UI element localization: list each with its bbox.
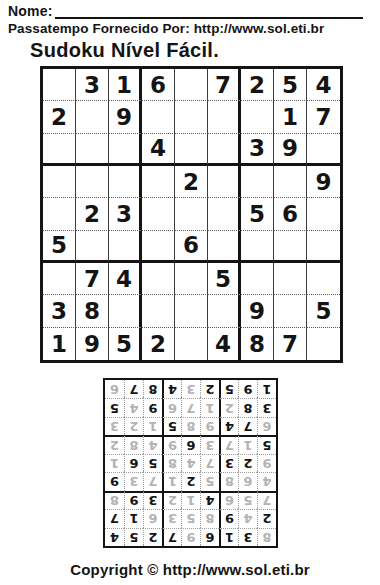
solution-cell-r1c8: 5 <box>124 528 143 546</box>
puzzle-cell-r5c4[interactable] <box>142 198 175 230</box>
puzzle-cell-r7c4[interactable] <box>142 263 175 295</box>
puzzle-cell-r5c1[interactable] <box>43 198 76 230</box>
solution-cell-r7c1: 6 <box>257 417 276 435</box>
puzzle-cell-r8c5[interactable] <box>175 295 208 327</box>
solution-cell-r7c2: 7 <box>238 417 257 435</box>
puzzle-cell-r6c1[interactable]: 5 <box>43 231 76 263</box>
puzzle-cell-r2c9[interactable]: 7 <box>307 101 340 133</box>
puzzle-cell-r1c5[interactable] <box>175 69 208 101</box>
solution-cell-r3c3: 6 <box>219 491 238 509</box>
puzzle-cell-r3c5[interactable] <box>175 134 208 166</box>
puzzle-cell-r1c9[interactable]: 4 <box>307 69 340 101</box>
puzzle-cell-r6c7[interactable] <box>241 231 274 263</box>
puzzle-cell-r8c9[interactable]: 5 <box>307 295 340 327</box>
name-label: Nome: <box>8 3 53 19</box>
solution-cell-r8c3: 2 <box>219 398 238 416</box>
solution-cell-r5c2: 2 <box>238 454 257 472</box>
puzzle-cell-r3c1[interactable] <box>43 134 76 166</box>
puzzle-cell-r3c7[interactable]: 3 <box>241 134 274 166</box>
solution-cell-r8c5: 7 <box>181 398 200 416</box>
puzzle-cell-r9c3[interactable]: 5 <box>109 328 142 360</box>
solution-cell-r8c7: 9 <box>143 398 162 416</box>
puzzle-cell-r3c9[interactable] <box>307 134 340 166</box>
solution-cell-r6c4: 3 <box>200 435 219 453</box>
solution-cell-r7c7: 1 <box>143 417 162 435</box>
solution-cell-r5c1: 9 <box>257 454 276 472</box>
solution-cell-r9c3: 5 <box>219 380 238 398</box>
solution-cell-r5c4: 7 <box>200 454 219 472</box>
puzzle-cell-r3c4[interactable]: 4 <box>142 134 175 166</box>
puzzle-cell-r2c8[interactable]: 1 <box>274 101 307 133</box>
puzzle-cell-r5c9[interactable] <box>307 198 340 230</box>
puzzle-cell-r7c2[interactable]: 7 <box>76 263 109 295</box>
solution-cell-r8c1: 3 <box>257 398 276 416</box>
solution-cell-r7c4: 9 <box>200 417 219 435</box>
puzzle-cell-r1c6[interactable]: 7 <box>208 69 241 101</box>
puzzle-cell-r9c5[interactable] <box>175 328 208 360</box>
solution-cell-r5c5: 4 <box>181 454 200 472</box>
solution-cell-r1c2: 3 <box>238 528 257 546</box>
solution-cell-r2c2: 4 <box>238 509 257 527</box>
solution-cell-r6c3: 7 <box>219 435 238 453</box>
solution-cell-r2c3: 9 <box>219 509 238 527</box>
puzzle-cell-r9c2[interactable]: 9 <box>76 328 109 360</box>
puzzle-cell-r7c6[interactable]: 5 <box>208 263 241 295</box>
copyright-text: Copyright © http://www.sol.eti.br <box>0 561 380 578</box>
puzzle-cell-r3c6[interactable] <box>208 134 241 166</box>
solution-cell-r2c7: 6 <box>143 509 162 527</box>
puzzle-cell-r4c6[interactable] <box>208 166 241 198</box>
puzzle-cell-r4c3[interactable] <box>109 166 142 198</box>
solution-cell-r4c9: 9 <box>105 472 124 490</box>
solution-cell-r6c1: 5 <box>257 435 276 453</box>
solution-cell-r3c9: 8 <box>105 491 124 509</box>
solution-cell-r4c4: 5 <box>200 472 219 490</box>
name-underline <box>55 3 363 19</box>
puzzle-cell-r8c1[interactable]: 3 <box>43 295 76 327</box>
solution-cell-r2c8: 1 <box>124 509 143 527</box>
puzzle-cell-r8c3[interactable] <box>109 295 142 327</box>
puzzle-cell-r2c4[interactable] <box>142 101 175 133</box>
solution-cell-r1c5: 9 <box>181 528 200 546</box>
page-title: Sudoku Nível Fácil. <box>30 39 219 62</box>
solution-cell-r3c6: 2 <box>162 491 181 509</box>
solution-cell-r3c8: 9 <box>124 491 143 509</box>
puzzle-cell-r9c7[interactable]: 8 <box>241 328 274 360</box>
puzzle-cell-r1c4[interactable]: 6 <box>142 69 175 101</box>
solution-cell-r6c2: 1 <box>238 435 257 453</box>
puzzle-cell-r6c8[interactable] <box>274 231 307 263</box>
solution-cell-r4c8: 3 <box>124 472 143 490</box>
solution-cell-r7c9: 3 <box>105 417 124 435</box>
puzzle-cell-r7c8[interactable] <box>274 263 307 295</box>
puzzle-cell-r1c8[interactable]: 5 <box>274 69 307 101</box>
solution-cell-r4c7: 7 <box>143 472 162 490</box>
puzzle-cell-r6c9[interactable] <box>307 231 340 263</box>
puzzle-cell-r5c3[interactable]: 3 <box>109 198 142 230</box>
puzzle-cell-r2c2[interactable] <box>76 101 109 133</box>
solution-cell-r5c3: 3 <box>219 454 238 472</box>
puzzle-cell-r1c2[interactable]: 3 <box>76 69 109 101</box>
puzzle-cell-r7c5[interactable] <box>175 263 208 295</box>
solution-cell-r8c9: 5 <box>105 398 124 416</box>
sudoku-puzzle-grid: 316725429174392923565674538951952487 <box>40 66 343 363</box>
puzzle-cell-r3c3[interactable] <box>109 134 142 166</box>
puzzle-cell-r2c7[interactable] <box>241 101 274 133</box>
puzzle-cell-r4c2[interactable] <box>76 166 109 198</box>
puzzle-cell-r9c4[interactable]: 2 <box>142 328 175 360</box>
puzzle-cell-r6c6[interactable] <box>208 231 241 263</box>
solution-cell-r9c1: 1 <box>257 380 276 398</box>
solution-cell-r6c8: 8 <box>124 435 143 453</box>
puzzle-cell-r9c1[interactable]: 1 <box>43 328 76 360</box>
solution-cell-r8c4: 1 <box>200 398 219 416</box>
puzzle-cell-r8c6[interactable] <box>208 295 241 327</box>
solution-cell-r6c9: 2 <box>105 435 124 453</box>
solution-cell-r3c1: 7 <box>257 491 276 509</box>
solution-cell-r3c4: 4 <box>200 491 219 509</box>
puzzle-cell-r3c2[interactable] <box>76 134 109 166</box>
solution-cell-r3c7: 3 <box>143 491 162 509</box>
solution-cell-r2c1: 2 <box>257 509 276 527</box>
solution-cell-r4c3: 8 <box>219 472 238 490</box>
solution-cell-r4c5: 2 <box>181 472 200 490</box>
solution-cell-r7c6: 5 <box>162 417 181 435</box>
puzzle-cell-r2c3[interactable]: 9 <box>109 101 142 133</box>
puzzle-cell-r7c9[interactable] <box>307 263 340 295</box>
puzzle-cell-r1c1[interactable] <box>43 69 76 101</box>
puzzle-cell-r5c2[interactable]: 2 <box>76 198 109 230</box>
solution-cell-r1c7: 2 <box>143 528 162 546</box>
solution-cell-r4c1: 4 <box>257 472 276 490</box>
puzzle-cell-r4c4[interactable] <box>142 166 175 198</box>
puzzle-cell-r8c4[interactable] <box>142 295 175 327</box>
puzzle-cell-r5c6[interactable] <box>208 198 241 230</box>
puzzle-cell-r1c7[interactable]: 2 <box>241 69 274 101</box>
solution-cell-r4c2: 6 <box>238 472 257 490</box>
puzzle-cell-r6c4[interactable] <box>142 231 175 263</box>
solution-cell-r1c9: 4 <box>105 528 124 546</box>
puzzle-cell-r7c1[interactable] <box>43 263 76 295</box>
puzzle-cell-r6c5[interactable]: 6 <box>175 231 208 263</box>
solution-cell-r3c2: 5 <box>238 491 257 509</box>
solution-cell-r9c4: 2 <box>200 380 219 398</box>
puzzle-cell-r4c7[interactable] <box>241 166 274 198</box>
solution-cell-r5c8: 6 <box>124 454 143 472</box>
puzzle-cell-r4c9[interactable]: 9 <box>307 166 340 198</box>
puzzle-cell-r7c7[interactable] <box>241 263 274 295</box>
puzzle-cell-r4c8[interactable] <box>274 166 307 198</box>
puzzle-cell-r6c3[interactable] <box>109 231 142 263</box>
solution-cell-r1c1: 8 <box>257 528 276 546</box>
solution-cell-r2c9: 7 <box>105 509 124 527</box>
solution-cell-r2c5: 5 <box>181 509 200 527</box>
puzzle-cell-r1c3[interactable]: 1 <box>109 69 142 101</box>
solution-cell-r9c2: 9 <box>238 380 257 398</box>
solution-cell-r6c7: 4 <box>143 435 162 453</box>
solution-cell-r1c3: 1 <box>219 528 238 546</box>
solution-cell-r8c2: 8 <box>238 398 257 416</box>
solution-cell-r7c8: 2 <box>124 417 143 435</box>
solution-cell-r4c6: 1 <box>162 472 181 490</box>
puzzle-cell-r8c7[interactable]: 9 <box>241 295 274 327</box>
solution-cell-r6c5: 6 <box>181 435 200 453</box>
puzzle-cell-r4c1[interactable] <box>43 166 76 198</box>
puzzle-cell-r4c5[interactable]: 2 <box>175 166 208 198</box>
puzzle-cell-r8c2[interactable]: 8 <box>76 295 109 327</box>
solution-cell-r1c6: 7 <box>162 528 181 546</box>
solution-cell-r2c6: 3 <box>162 509 181 527</box>
solution-cell-r5c7: 5 <box>143 454 162 472</box>
solution-cell-r9c9: 6 <box>105 380 124 398</box>
puzzle-cell-r9c9[interactable] <box>307 328 340 360</box>
puzzle-cell-r5c8[interactable]: 6 <box>274 198 307 230</box>
solution-cell-r6c6: 9 <box>162 435 181 453</box>
provider-line: Passatempo Fornecido Por: http://www.sol… <box>8 21 324 36</box>
solution-cell-r7c5: 8 <box>181 417 200 435</box>
puzzle-cell-r2c5[interactable] <box>175 101 208 133</box>
solution-cell-r9c6: 4 <box>162 380 181 398</box>
puzzle-cell-r5c7[interactable]: 5 <box>241 198 274 230</box>
solution-cell-r8c8: 4 <box>124 398 143 416</box>
solution-cell-r9c8: 7 <box>124 380 143 398</box>
sudoku-solution-grid: 8316972542498536177564123984685217399237… <box>103 378 278 548</box>
puzzle-cell-r7c3[interactable]: 4 <box>109 263 142 295</box>
solution-cell-r8c6: 6 <box>162 398 181 416</box>
solution-cell-r2c4: 8 <box>200 509 219 527</box>
puzzle-cell-r9c8[interactable]: 7 <box>274 328 307 360</box>
name-row: Nome: <box>8 3 363 19</box>
solution-cell-r5c6: 8 <box>162 454 181 472</box>
solution-cell-r1c4: 6 <box>200 528 219 546</box>
puzzle-cell-r2c1[interactable]: 2 <box>43 101 76 133</box>
puzzle-cell-r3c8[interactable]: 9 <box>274 134 307 166</box>
puzzle-cell-r5c5[interactable] <box>175 198 208 230</box>
puzzle-cell-r6c2[interactable] <box>76 231 109 263</box>
puzzle-cell-r2c6[interactable] <box>208 101 241 133</box>
solution-cell-r9c7: 8 <box>143 380 162 398</box>
solution-cell-r7c3: 4 <box>219 417 238 435</box>
solution-cell-r9c5: 3 <box>181 380 200 398</box>
solution-cell-r3c5: 1 <box>181 491 200 509</box>
solution-cell-r5c9: 1 <box>105 454 124 472</box>
page: Nome: Passatempo Fornecido Por: http://w… <box>0 0 380 585</box>
puzzle-cell-r8c8[interactable] <box>274 295 307 327</box>
puzzle-cell-r9c6[interactable]: 4 <box>208 328 241 360</box>
